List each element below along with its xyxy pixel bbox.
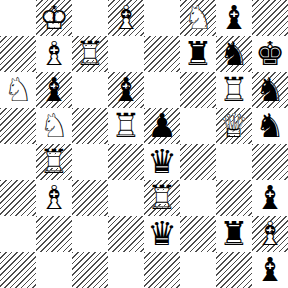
- black-knight: ♞♞: [252, 108, 288, 144]
- black-pawn-icon: ♟: [144, 108, 180, 144]
- black-rook: ♜♜: [180, 36, 216, 72]
- square-f7[interactable]: ♜♜: [180, 36, 216, 72]
- black-bishop: ♝♝: [216, 0, 252, 36]
- white-bishop-icon: ♗: [36, 180, 72, 216]
- black-pawn: ♟♟: [144, 108, 180, 144]
- black-bishop: ♝♝: [36, 72, 72, 108]
- square-a3[interactable]: [0, 180, 36, 216]
- black-bishop: ♝♝: [252, 252, 288, 288]
- white-rook: ♜♖: [108, 108, 144, 144]
- white-rook-icon: ♖: [144, 180, 180, 216]
- white-bishop-icon: ♗: [108, 0, 144, 36]
- black-knight: ♞♞: [252, 72, 288, 108]
- black-bishop-icon: ♝: [108, 72, 144, 108]
- square-f4[interactable]: [180, 144, 216, 180]
- square-b3[interactable]: ♝♗: [36, 180, 72, 216]
- square-c3[interactable]: [72, 180, 108, 216]
- black-rook-icon: ♜: [180, 36, 216, 72]
- white-rook: ♜♖: [72, 36, 108, 72]
- square-b1[interactable]: [36, 252, 72, 288]
- white-rook: ♜♖: [36, 144, 72, 180]
- black-queen-icon: ♛: [144, 216, 180, 252]
- white-queen: ♛♕: [216, 108, 252, 144]
- square-g1[interactable]: [216, 252, 252, 288]
- black-knight-icon: ♞: [216, 36, 252, 72]
- white-rook-icon: ♖: [108, 108, 144, 144]
- square-g5[interactable]: ♛♕: [216, 108, 252, 144]
- square-h2[interactable]: ♝♗: [252, 216, 288, 252]
- black-queen: ♛♛: [144, 216, 180, 252]
- square-b6[interactable]: ♝♝: [36, 72, 72, 108]
- square-a2[interactable]: [0, 216, 36, 252]
- square-c1[interactable]: [72, 252, 108, 288]
- square-a1[interactable]: [0, 252, 36, 288]
- square-h4[interactable]: [252, 144, 288, 180]
- white-bishop: ♝♗: [252, 216, 288, 252]
- white-king-icon: ♔: [36, 0, 72, 36]
- square-c2[interactable]: [72, 216, 108, 252]
- black-bishop-icon: ♝: [252, 180, 288, 216]
- white-knight-icon: ♘: [180, 0, 216, 36]
- black-rook-icon: ♜: [216, 216, 252, 252]
- square-f6[interactable]: [180, 72, 216, 108]
- black-rook: ♜♜: [216, 216, 252, 252]
- square-f8[interactable]: ♞♘: [180, 0, 216, 36]
- square-c7[interactable]: ♜♖: [72, 36, 108, 72]
- square-g2[interactable]: ♜♜: [216, 216, 252, 252]
- square-c4[interactable]: [72, 144, 108, 180]
- square-e3[interactable]: ♜♖: [144, 180, 180, 216]
- square-e2[interactable]: ♛♛: [144, 216, 180, 252]
- square-a6[interactable]: ♞♘: [0, 72, 36, 108]
- square-d3[interactable]: [108, 180, 144, 216]
- black-queen: ♛♛: [144, 144, 180, 180]
- black-king-icon: ♚: [252, 36, 288, 72]
- square-g4[interactable]: [216, 144, 252, 180]
- square-b5[interactable]: ♞♘: [36, 108, 72, 144]
- white-knight-icon: ♘: [36, 108, 72, 144]
- square-d8[interactable]: ♝♗: [108, 0, 144, 36]
- square-a8[interactable]: [0, 0, 36, 36]
- square-e8[interactable]: [144, 0, 180, 36]
- square-b8[interactable]: ♚♔: [36, 0, 72, 36]
- square-h7[interactable]: ♚♚: [252, 36, 288, 72]
- chess-board: ♚♔♝♗♞♘♝♝♝♗♜♖♜♜♞♞♚♚♞♘♝♝♝♝♜♖♞♞♞♘♜♖♟♟♛♕♞♞♜♖…: [0, 0, 288, 288]
- black-king: ♚♚: [252, 36, 288, 72]
- white-bishop-icon: ♗: [36, 36, 72, 72]
- black-bishop-icon: ♝: [252, 252, 288, 288]
- square-d2[interactable]: [108, 216, 144, 252]
- white-rook: ♜♖: [144, 180, 180, 216]
- black-bishop: ♝♝: [108, 72, 144, 108]
- square-b4[interactable]: ♜♖: [36, 144, 72, 180]
- square-f2[interactable]: [180, 216, 216, 252]
- white-knight: ♞♘: [180, 0, 216, 36]
- white-queen-icon: ♕: [216, 108, 252, 144]
- white-bishop: ♝♗: [36, 36, 72, 72]
- square-h6[interactable]: ♞♞: [252, 72, 288, 108]
- square-d5[interactable]: ♜♖: [108, 108, 144, 144]
- square-h8[interactable]: [252, 0, 288, 36]
- white-bishop: ♝♗: [108, 0, 144, 36]
- square-g7[interactable]: ♞♞: [216, 36, 252, 72]
- black-bishop-icon: ♝: [216, 0, 252, 36]
- square-f5[interactable]: [180, 108, 216, 144]
- white-knight-icon: ♘: [0, 72, 36, 108]
- square-f1[interactable]: [180, 252, 216, 288]
- white-bishop-icon: ♗: [252, 216, 288, 252]
- square-c5[interactable]: [72, 108, 108, 144]
- white-knight: ♞♘: [0, 72, 36, 108]
- white-rook-icon: ♖: [72, 36, 108, 72]
- square-g3[interactable]: [216, 180, 252, 216]
- square-a5[interactable]: [0, 108, 36, 144]
- black-bishop-icon: ♝: [36, 72, 72, 108]
- square-e6[interactable]: [144, 72, 180, 108]
- square-f3[interactable]: [180, 180, 216, 216]
- black-queen-icon: ♛: [144, 144, 180, 180]
- square-b2[interactable]: [36, 216, 72, 252]
- square-h1[interactable]: ♝♝: [252, 252, 288, 288]
- white-bishop: ♝♗: [36, 180, 72, 216]
- square-c6[interactable]: [72, 72, 108, 108]
- black-bishop: ♝♝: [252, 180, 288, 216]
- square-h5[interactable]: ♞♞: [252, 108, 288, 144]
- white-knight: ♞♘: [36, 108, 72, 144]
- square-c8[interactable]: [72, 0, 108, 36]
- white-rook-icon: ♖: [36, 144, 72, 180]
- square-e5[interactable]: ♟♟: [144, 108, 180, 144]
- black-knight-icon: ♞: [252, 108, 288, 144]
- square-g6[interactable]: ♜♖: [216, 72, 252, 108]
- square-a7[interactable]: [0, 36, 36, 72]
- black-knight: ♞♞: [216, 36, 252, 72]
- square-d1[interactable]: [108, 252, 144, 288]
- white-rook-icon: ♖: [216, 72, 252, 108]
- square-a4[interactable]: [0, 144, 36, 180]
- square-h3[interactable]: ♝♝: [252, 180, 288, 216]
- square-d6[interactable]: ♝♝: [108, 72, 144, 108]
- square-b7[interactable]: ♝♗: [36, 36, 72, 72]
- square-e7[interactable]: [144, 36, 180, 72]
- white-king: ♚♔: [36, 0, 72, 36]
- square-d4[interactable]: [108, 144, 144, 180]
- white-rook: ♜♖: [216, 72, 252, 108]
- square-d7[interactable]: [108, 36, 144, 72]
- square-e1[interactable]: [144, 252, 180, 288]
- square-g8[interactable]: ♝♝: [216, 0, 252, 36]
- black-knight-icon: ♞: [252, 72, 288, 108]
- square-e4[interactable]: ♛♛: [144, 144, 180, 180]
